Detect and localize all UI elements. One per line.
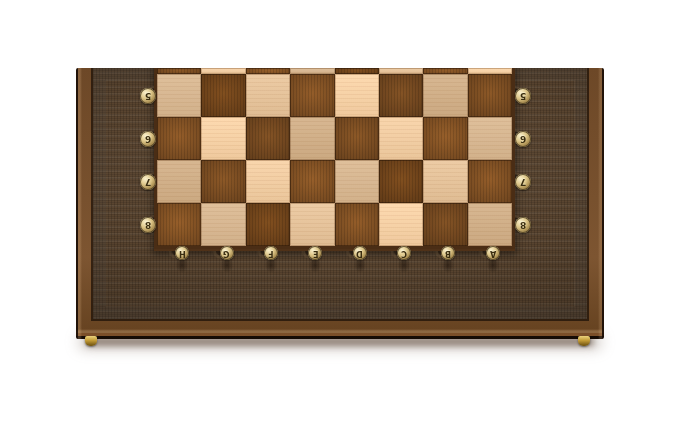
square-f7 [246, 160, 290, 203]
file-label-f: F [264, 246, 278, 260]
disc-glyph: 8 [145, 220, 151, 229]
square-e7 [290, 160, 334, 203]
carved-pendant [309, 261, 321, 275]
file-label-g: G [220, 246, 234, 260]
file-label-c: C [397, 246, 411, 260]
square-b6 [423, 117, 467, 160]
square-d6 [335, 117, 379, 160]
carved-pendant [442, 261, 454, 275]
carved-pendant [354, 261, 366, 275]
square-h6 [157, 117, 201, 160]
disc-glyph: 7 [145, 177, 151, 186]
square-d5 [335, 74, 379, 117]
square-b7 [423, 160, 467, 203]
square-d7 [335, 160, 379, 203]
rank-label-5-left: 5 [140, 88, 156, 104]
disc-glyph: 7 [520, 177, 526, 186]
disc-glyph: 5 [520, 91, 526, 100]
square-h8 [157, 203, 201, 246]
disc-glyph: A [490, 249, 496, 257]
disc-glyph: 6 [520, 134, 526, 143]
disc-glyph: F [268, 249, 273, 257]
brass-foot-left [85, 336, 97, 346]
square-g7 [201, 160, 245, 203]
square-b5 [423, 74, 467, 117]
file-label-b: B [441, 246, 455, 260]
disc-glyph: E [313, 249, 318, 257]
square-f8 [246, 203, 290, 246]
disc-glyph: 8 [520, 220, 526, 229]
square-b8 [423, 203, 467, 246]
rank-label-8-right: 8 [515, 217, 531, 233]
rank-label-5-right: 5 [515, 88, 531, 104]
square-c5 [379, 74, 423, 117]
square-a6 [468, 117, 512, 160]
disc-glyph: H [179, 249, 186, 257]
carved-pendant [265, 261, 277, 275]
square-c6 [379, 117, 423, 160]
rank-label-8-left: 8 [140, 217, 156, 233]
disc-glyph: D [356, 249, 363, 257]
brass-foot-right [578, 336, 590, 346]
carved-pendant [487, 261, 499, 275]
square-d8 [335, 203, 379, 246]
disc-glyph: B [445, 249, 451, 257]
product-photo: 56785678HGFEDCBA [0, 0, 680, 425]
square-e8 [290, 203, 334, 246]
square-a5 [468, 74, 512, 117]
carved-pendant [176, 261, 188, 275]
carved-pendant [221, 261, 233, 275]
disc-glyph: C [401, 249, 407, 257]
chessboard-frame: 56785678HGFEDCBA [76, 68, 604, 339]
rank-label-7-right: 7 [515, 174, 531, 190]
rank-label-7-left: 7 [140, 174, 156, 190]
file-label-e: E [308, 246, 322, 260]
disc-glyph: 5 [145, 91, 151, 100]
file-label-h: H [175, 246, 189, 260]
scallop-edging-bottom [154, 251, 515, 265]
square-c8 [379, 203, 423, 246]
square-f6 [246, 117, 290, 160]
disc-glyph: 6 [145, 134, 151, 143]
square-e5 [290, 74, 334, 117]
square-g5 [201, 74, 245, 117]
file-label-a: A [486, 246, 500, 260]
carved-pendant [398, 261, 410, 275]
square-f5 [246, 74, 290, 117]
rank-label-6-right: 6 [515, 131, 531, 147]
chessboard [157, 68, 512, 246]
square-h7 [157, 160, 201, 203]
rank-label-6-left: 6 [140, 131, 156, 147]
square-a8 [468, 203, 512, 246]
square-h5 [157, 74, 201, 117]
disc-glyph: G [223, 249, 230, 257]
square-e6 [290, 117, 334, 160]
square-c7 [379, 160, 423, 203]
square-a7 [468, 160, 512, 203]
square-g8 [201, 203, 245, 246]
file-label-d: D [353, 246, 367, 260]
square-g6 [201, 117, 245, 160]
